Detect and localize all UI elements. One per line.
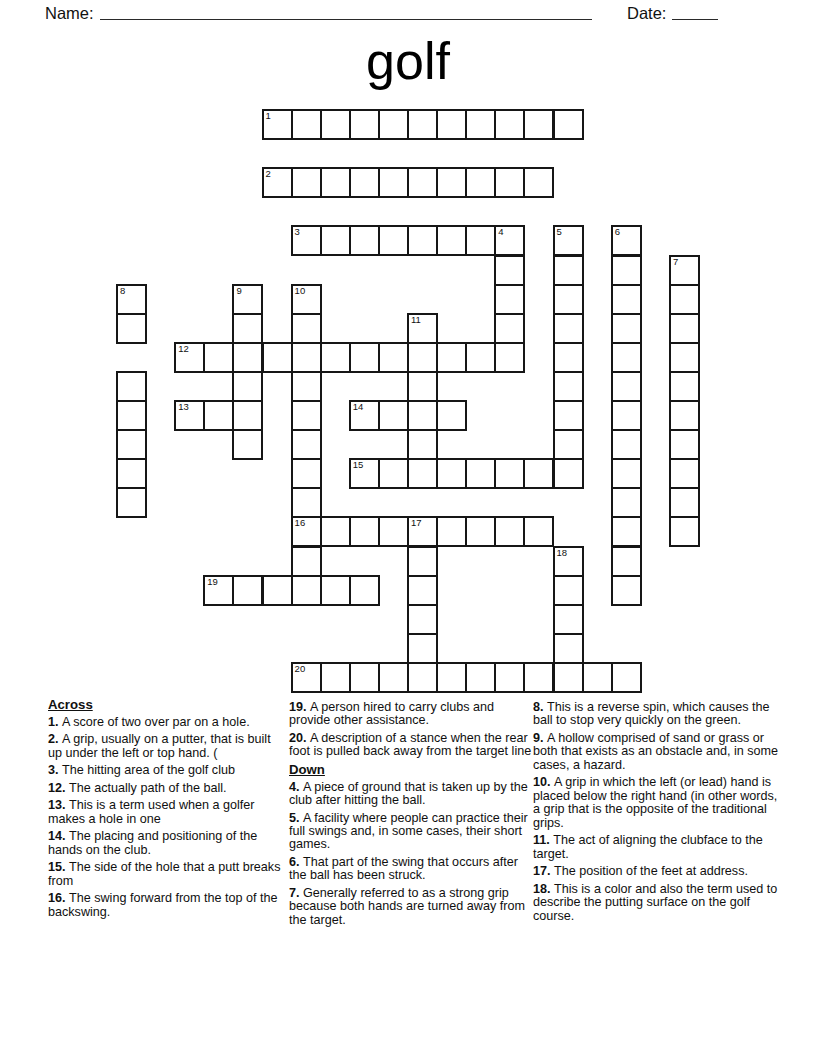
name-label: Name: [45, 4, 94, 23]
grid-cell-r16c8[interactable] [349, 575, 380, 606]
grid-cell-r2c5[interactable]: 2 [262, 167, 293, 198]
grid-number-1: 1 [266, 111, 271, 121]
grid-cell-r9c10[interactable] [407, 371, 438, 402]
grid-cell-r6c15[interactable] [553, 284, 584, 315]
clue-across-1: 1. A score of two over par on a hole. [48, 716, 286, 729]
grid-cell-r10c0[interactable] [116, 400, 147, 431]
grid-cell-r14c9[interactable] [378, 516, 409, 547]
grid-cell-r6c17[interactable] [611, 284, 642, 315]
grid-cell-r2c12[interactable] [465, 167, 496, 198]
grid-cell-r19c15[interactable] [553, 662, 584, 693]
clue-down-18: 18. This is a color and also the term us… [533, 883, 782, 923]
grid-number-14: 14 [353, 402, 364, 412]
grid-cell-r19c9[interactable] [378, 662, 409, 693]
grid-cell-r9c15[interactable] [553, 371, 584, 402]
grid-cell-r19c8[interactable] [349, 662, 380, 693]
grid-cell-r6c4[interactable]: 9 [232, 284, 263, 315]
grid-cell-r6c6[interactable]: 10 [291, 284, 322, 315]
grid-cell-r17c10[interactable] [407, 604, 438, 635]
grid-cell-r13c0[interactable] [116, 487, 147, 518]
grid-cell-r12c19[interactable] [669, 458, 700, 489]
grid-cell-r6c19[interactable] [669, 284, 700, 315]
grid-cell-r16c6[interactable] [291, 575, 322, 606]
grid-cell-r5c19[interactable]: 7 [669, 255, 700, 286]
grid-cell-r4c12[interactable] [465, 225, 496, 256]
grid-cell-r7c10[interactable]: 11 [407, 313, 438, 344]
grid-cell-r11c4[interactable] [232, 429, 263, 460]
grid-cell-r8c11[interactable] [436, 342, 467, 373]
clue-down-5: 5. A facility where people can practice … [289, 812, 536, 852]
grid-number-17: 17 [411, 518, 422, 528]
grid-cell-r14c14[interactable] [523, 516, 554, 547]
grid-cell-r4c17[interactable]: 6 [611, 225, 642, 256]
grid-cell-r9c4[interactable] [232, 371, 263, 402]
grid-cell-r0c6[interactable] [291, 109, 322, 140]
clue-across-16: 16. The swing forward from the top of th… [48, 892, 286, 919]
grid-cell-r0c7[interactable] [320, 109, 351, 140]
grid-cell-r19c14[interactable] [523, 662, 554, 693]
grid-cell-r19c13[interactable] [494, 662, 525, 693]
clue-down-8: 8. This is a reverse spin, which causes … [533, 701, 782, 728]
grid-cell-r16c10[interactable] [407, 575, 438, 606]
grid-cell-r7c15[interactable] [553, 313, 584, 344]
grid-cell-r8c3[interactable] [203, 342, 234, 373]
grid-number-4: 4 [498, 227, 503, 237]
grid-cell-r6c13[interactable] [494, 284, 525, 315]
grid-cell-r4c13[interactable]: 4 [494, 225, 525, 256]
grid-cell-r4c10[interactable] [407, 225, 438, 256]
clue-across-19: 19. A person hired to carry clubs and pr… [289, 701, 536, 728]
grid-cell-r12c17[interactable] [611, 458, 642, 489]
grid-number-15: 15 [353, 460, 364, 470]
grid-cell-r2c10[interactable] [407, 167, 438, 198]
grid-cell-r0c8[interactable] [349, 109, 380, 140]
grid-cell-r8c12[interactable] [465, 342, 496, 373]
grid-cell-r0c12[interactable] [465, 109, 496, 140]
grid-cell-r10c6[interactable] [291, 400, 322, 431]
grid-cell-r19c17[interactable] [611, 662, 642, 693]
grid-cell-r9c0[interactable] [116, 371, 147, 402]
grid-cell-r8c10[interactable] [407, 342, 438, 373]
grid-cell-r0c11[interactable] [436, 109, 467, 140]
grid-cell-r7c19[interactable] [669, 313, 700, 344]
grid-number-16: 16 [295, 518, 306, 528]
across-heading: Across [48, 698, 286, 711]
clue-down-6: 6. That part of the swing that occurs af… [289, 856, 536, 883]
grid-cell-r7c6[interactable] [291, 313, 322, 344]
grid-cell-r8c4[interactable] [232, 342, 263, 373]
grid-number-3: 3 [295, 227, 300, 237]
grid-number-11: 11 [411, 315, 421, 325]
grid-cell-r14c8[interactable] [349, 516, 380, 547]
grid-number-18: 18 [557, 548, 568, 558]
grid-cell-r12c15[interactable] [553, 458, 584, 489]
grid-cell-r18c10[interactable] [407, 633, 438, 664]
grid-cell-r19c7[interactable] [320, 662, 351, 693]
grid-cell-r0c5[interactable]: 1 [262, 109, 293, 140]
grid-cell-r15c17[interactable] [611, 546, 642, 577]
grid-cell-r2c13[interactable] [494, 167, 525, 198]
grid-cell-r14c11[interactable] [436, 516, 467, 547]
grid-cell-r7c0[interactable] [116, 313, 147, 344]
grid-cell-r8c2[interactable]: 12 [174, 342, 205, 373]
clue-down-17: 17. The position of the feet at address. [533, 865, 782, 878]
grid-cell-r13c17[interactable] [611, 487, 642, 518]
grid-cell-r11c19[interactable] [669, 429, 700, 460]
grid-cell-r0c14[interactable] [523, 109, 554, 140]
grid-cell-r10c17[interactable] [611, 400, 642, 431]
grid-cell-r4c9[interactable] [378, 225, 409, 256]
grid-cell-r2c8[interactable] [349, 167, 380, 198]
grid-cell-r2c11[interactable] [436, 167, 467, 198]
grid-cell-r4c6[interactable]: 3 [291, 225, 322, 256]
grid-cell-r0c9[interactable] [378, 109, 409, 140]
grid-cell-r19c12[interactable] [465, 662, 496, 693]
grid-number-19: 19 [207, 577, 218, 587]
grid-cell-r16c17[interactable] [611, 575, 642, 606]
grid-cell-r15c15[interactable]: 18 [553, 546, 584, 577]
grid-cell-r14c6[interactable]: 16 [291, 516, 322, 547]
grid-cell-r8c9[interactable] [378, 342, 409, 373]
grid-cell-r4c15[interactable]: 5 [553, 225, 584, 256]
grid-cell-r16c7[interactable] [320, 575, 351, 606]
grid-cell-r10c11[interactable] [436, 400, 467, 431]
grid-cell-r14c13[interactable] [494, 516, 525, 547]
clue-across-13: 13. This is a term used when a golfer ma… [48, 799, 286, 826]
clue-across-15: 15. The side of the hole that a putt bre… [48, 861, 286, 888]
grid-number-9: 9 [236, 286, 241, 296]
clue-column-right: 8. This is a reverse spin, which causes … [533, 701, 782, 927]
date-label: Date: [627, 4, 666, 23]
grid-cell-r16c15[interactable] [553, 575, 584, 606]
grid-cell-r12c14[interactable] [523, 458, 554, 489]
grid-cell-r12c9[interactable] [378, 458, 409, 489]
grid-cell-r9c17[interactable] [611, 371, 642, 402]
grid-cell-r19c10[interactable] [407, 662, 438, 693]
grid-cell-r10c9[interactable] [378, 400, 409, 431]
grid-cell-r16c4[interactable] [232, 575, 263, 606]
grid-cell-r4c11[interactable] [436, 225, 467, 256]
grid-number-6: 6 [615, 227, 620, 237]
grid-cell-r8c5[interactable] [262, 342, 293, 373]
clue-across-3: 3. The hitting area of the golf club [48, 764, 286, 777]
grid-cell-r2c6[interactable] [291, 167, 322, 198]
grid-cell-r5c17[interactable] [611, 255, 642, 286]
grid-cell-r10c2[interactable]: 13 [174, 400, 205, 431]
clue-down-11: 11. The act of aligning the clubface to … [533, 834, 782, 861]
grid-cell-r11c17[interactable] [611, 429, 642, 460]
clue-down-4: 4. A piece of ground that is taken up by… [289, 781, 536, 808]
grid-number-12: 12 [178, 344, 189, 354]
grid-cell-r8c15[interactable] [553, 342, 584, 373]
grid-cell-r2c9[interactable] [378, 167, 409, 198]
grid-cell-r19c11[interactable] [436, 662, 467, 693]
grid-cell-r4c7[interactable] [320, 225, 351, 256]
grid-cell-r8c6[interactable] [291, 342, 322, 373]
grid-number-5: 5 [557, 227, 562, 237]
down-heading: Down [289, 763, 536, 776]
grid-cell-r11c6[interactable] [291, 429, 322, 460]
grid-cell-r19c6[interactable]: 20 [291, 662, 322, 693]
clue-down-10: 10. A grip in which the left (or lead) h… [533, 776, 782, 830]
clue-column-middle: 19. A person hired to carry clubs and pr… [289, 701, 536, 931]
grid-cell-r14c7[interactable] [320, 516, 351, 547]
grid-number-10: 10 [295, 286, 306, 296]
grid-cell-r11c10[interactable] [407, 429, 438, 460]
name-blank-line [100, 19, 592, 20]
clue-across-12: 12. The actually path of the ball. [48, 782, 286, 795]
grid-cell-r10c15[interactable] [553, 400, 584, 431]
grid-cell-r7c4[interactable] [232, 313, 263, 344]
grid-number-20: 20 [295, 664, 306, 674]
grid-cell-r12c6[interactable] [291, 458, 322, 489]
grid-cell-r8c19[interactable] [669, 342, 700, 373]
grid-cell-r6c0[interactable]: 8 [116, 284, 147, 315]
grid-cell-r10c4[interactable] [232, 400, 263, 431]
clue-across-20: 20. A description of a stance when the r… [289, 732, 536, 759]
grid-cell-r5c15[interactable] [553, 255, 584, 286]
grid-cell-r16c5[interactable] [262, 575, 293, 606]
grid-cell-r10c19[interactable] [669, 400, 700, 431]
grid-cell-r15c10[interactable] [407, 546, 438, 577]
grid-cell-r4c8[interactable] [349, 225, 380, 256]
grid-cell-r16c3[interactable]: 19 [203, 575, 234, 606]
grid-cell-r10c3[interactable] [203, 400, 234, 431]
clue-down-7: 7. Generally referred to as a strong gri… [289, 887, 536, 927]
grid-cell-r2c14[interactable] [523, 167, 554, 198]
grid-cell-r13c19[interactable] [669, 487, 700, 518]
grid-cell-r9c19[interactable] [669, 371, 700, 402]
crossword-grid: 1234567891011121314151617181920 [117, 110, 700, 693]
puzzle-title: golf [0, 33, 816, 90]
grid-cell-r15c6[interactable] [291, 546, 322, 577]
grid-cell-r12c13[interactable] [494, 458, 525, 489]
grid-cell-r0c13[interactable] [494, 109, 525, 140]
grid-cell-r14c12[interactable] [465, 516, 496, 547]
grid-cell-r8c8[interactable] [349, 342, 380, 373]
grid-cell-r14c10[interactable]: 17 [407, 516, 438, 547]
grid-cell-r0c10[interactable] [407, 109, 438, 140]
grid-cell-r7c13[interactable] [494, 313, 525, 344]
grid-number-2: 2 [266, 169, 271, 179]
grid-cell-r12c10[interactable] [407, 458, 438, 489]
grid-cell-r10c10[interactable] [407, 400, 438, 431]
grid-number-8: 8 [120, 286, 125, 296]
grid-cell-r12c12[interactable] [465, 458, 496, 489]
grid-cell-r13c6[interactable] [291, 487, 322, 518]
grid-cell-r7c17[interactable] [611, 313, 642, 344]
grid-cell-r11c0[interactable] [116, 429, 147, 460]
grid-cell-r14c17[interactable] [611, 516, 642, 547]
grid-cell-r9c6[interactable] [291, 371, 322, 402]
grid-cell-r18c15[interactable] [553, 633, 584, 664]
clue-across-2: 2. A grip, usually on a putter, that is … [48, 733, 286, 760]
grid-cell-r11c15[interactable] [553, 429, 584, 460]
grid-cell-r5c13[interactable] [494, 255, 525, 286]
clue-across-14: 14. The placing and positioning of the h… [48, 830, 286, 857]
grid-cell-r19c16[interactable] [582, 662, 613, 693]
grid-number-7: 7 [673, 257, 678, 267]
grid-number-13: 13 [178, 402, 189, 412]
grid-cell-r8c13[interactable] [494, 342, 525, 373]
grid-cell-r2c7[interactable] [320, 167, 351, 198]
grid-cell-r12c8[interactable]: 15 [349, 458, 380, 489]
clue-down-9: 9. A hollow comprised of sand or grass o… [533, 732, 782, 772]
grid-cell-r17c15[interactable] [553, 604, 584, 635]
grid-cell-r8c7[interactable] [320, 342, 351, 373]
grid-cell-r14c19[interactable] [669, 516, 700, 547]
grid-cell-r0c15[interactable] [553, 109, 584, 140]
grid-cell-r12c0[interactable] [116, 458, 147, 489]
crossword-worksheet: { "header": { "name_label": "Name:", "da… [0, 0, 816, 1056]
grid-cell-r10c8[interactable]: 14 [349, 400, 380, 431]
grid-cell-r12c11[interactable] [436, 458, 467, 489]
date-blank-line [672, 19, 718, 20]
grid-cell-r8c17[interactable] [611, 342, 642, 373]
clue-column-left: Across1. A score of two over par on a ho… [48, 698, 286, 923]
